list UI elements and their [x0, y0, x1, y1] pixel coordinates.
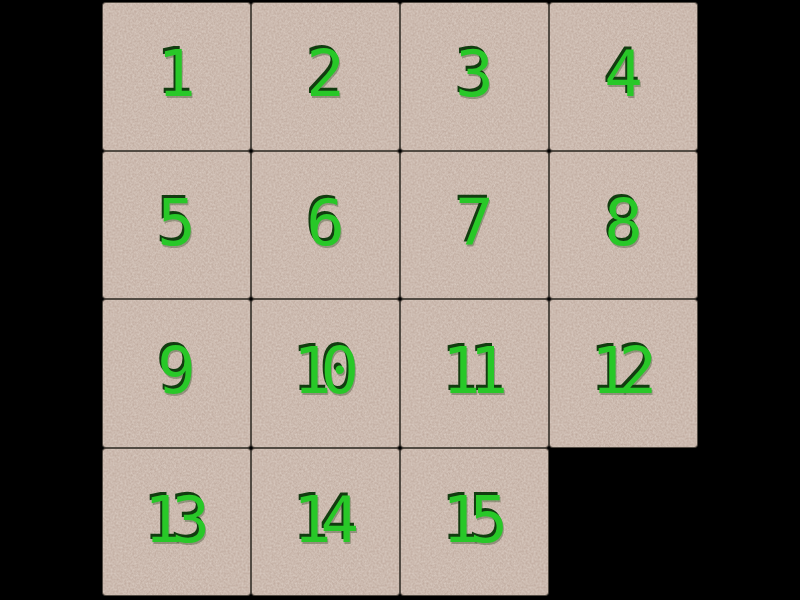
tile-15[interactable]: 15 — [401, 449, 548, 596]
tile-number: 5 — [157, 191, 196, 255]
tile-number: 11 — [442, 339, 507, 403]
tile-number: 9 — [157, 339, 196, 403]
tile-6[interactable]: 6 — [252, 152, 399, 299]
tile-number: 15 — [442, 488, 507, 552]
tile-9[interactable]: 9 — [103, 300, 250, 447]
tile-number: 3 — [455, 42, 494, 106]
puzzle-screen: 123456789101112131415 — [0, 0, 800, 600]
tile-number: 1 — [157, 42, 196, 106]
tile-3[interactable]: 3 — [401, 3, 548, 150]
tile-number: 14 — [293, 488, 358, 552]
tile-number: 4 — [604, 42, 643, 106]
puzzle-board: 123456789101112131415 — [103, 3, 697, 595]
empty-cell — [550, 449, 697, 596]
tile-8[interactable]: 8 — [550, 152, 697, 299]
tile-1[interactable]: 1 — [103, 3, 250, 150]
tile-2[interactable]: 2 — [252, 3, 399, 150]
tile-14[interactable]: 14 — [252, 449, 399, 596]
tile-number: 12 — [591, 339, 656, 403]
tile-5[interactable]: 5 — [103, 152, 250, 299]
tile-13[interactable]: 13 — [103, 449, 250, 596]
tile-7[interactable]: 7 — [401, 152, 548, 299]
tile-4[interactable]: 4 — [550, 3, 697, 150]
tile-number: 10 — [293, 339, 358, 403]
tile-number: 13 — [144, 488, 209, 552]
tile-number: 8 — [604, 191, 643, 255]
tile-number: 7 — [455, 191, 494, 255]
tile-10[interactable]: 10 — [252, 300, 399, 447]
tile-number: 2 — [306, 42, 345, 106]
tile-11[interactable]: 11 — [401, 300, 548, 447]
tile-12[interactable]: 12 — [550, 300, 697, 447]
tile-number: 6 — [306, 191, 345, 255]
